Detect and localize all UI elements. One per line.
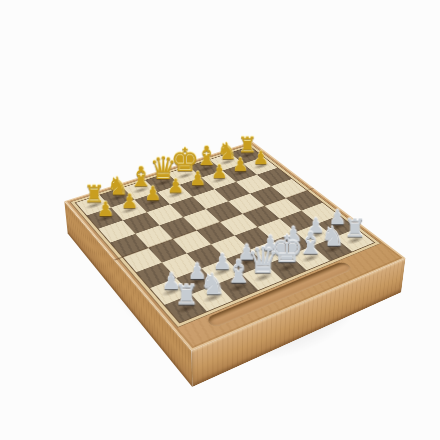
chess-box: ♜♞♝♛♚♝♞♜♟♟♟♟♟♟♟♟♟♟♟♟♟♟♟♟♜♞♝♛♚♝♞♜ [64, 141, 405, 350]
scene: ♜♞♝♛♚♝♞♜♟♟♟♟♟♟♟♟♟♟♟♟♟♟♟♟♜♞♝♛♚♝♞♜ [0, 0, 440, 440]
silver-rook-glyph: ♜ [166, 281, 205, 308]
chess-set-photo: ♜♞♝♛♚♝♞♜♟♟♟♟♟♟♟♟♟♟♟♟♟♟♟♟♜♞♝♛♚♝♞♜ [0, 0, 440, 440]
gold-pawn-glyph: ♟ [88, 198, 122, 218]
